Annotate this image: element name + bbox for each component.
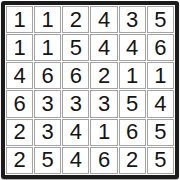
grid-cell[interactable]: 4 <box>119 34 146 61</box>
hitori-board: 112435115446466211633354234165254625 <box>1 1 179 179</box>
grid-cell[interactable]: 4 <box>62 119 89 146</box>
grid-cell[interactable]: 5 <box>147 119 174 146</box>
grid-cell[interactable]: 3 <box>119 6 146 33</box>
grid-cell[interactable]: 6 <box>90 147 117 174</box>
grid-cell[interactable]: 3 <box>34 119 61 146</box>
grid-cell[interactable]: 2 <box>90 62 117 89</box>
grid-cell[interactable]: 1 <box>119 62 146 89</box>
grid-cell[interactable]: 2 <box>6 119 33 146</box>
grid-cell[interactable]: 4 <box>147 90 174 117</box>
grid-cell[interactable]: 5 <box>147 147 174 174</box>
grid-cell[interactable]: 5 <box>119 90 146 117</box>
grid-cell[interactable]: 2 <box>62 6 89 33</box>
grid-cell[interactable]: 1 <box>147 62 174 89</box>
grid-cell[interactable]: 3 <box>90 90 117 117</box>
grid-cell[interactable]: 5 <box>62 34 89 61</box>
grid-cell[interactable]: 1 <box>90 119 117 146</box>
grid-cell[interactable]: 4 <box>90 34 117 61</box>
grid-cell[interactable]: 3 <box>34 90 61 117</box>
grid-cell[interactable]: 5 <box>34 147 61 174</box>
grid-cell[interactable]: 2 <box>6 147 33 174</box>
grid-cell[interactable]: 2 <box>119 147 146 174</box>
grid-cell[interactable]: 1 <box>6 6 33 33</box>
grid-cell[interactable]: 6 <box>34 62 61 89</box>
grid-cell[interactable]: 1 <box>6 34 33 61</box>
grid-cell[interactable]: 3 <box>62 90 89 117</box>
grid-cell[interactable]: 1 <box>34 34 61 61</box>
grid-cell[interactable]: 6 <box>6 90 33 117</box>
grid-cell[interactable]: 6 <box>62 62 89 89</box>
grid-cell[interactable]: 1 <box>34 6 61 33</box>
grid-cell[interactable]: 5 <box>147 6 174 33</box>
grid-cell[interactable]: 4 <box>62 147 89 174</box>
grid-cell[interactable]: 4 <box>90 6 117 33</box>
grid-cell[interactable]: 6 <box>119 119 146 146</box>
grid-cell[interactable]: 6 <box>147 34 174 61</box>
grid-cell[interactable]: 4 <box>6 62 33 89</box>
